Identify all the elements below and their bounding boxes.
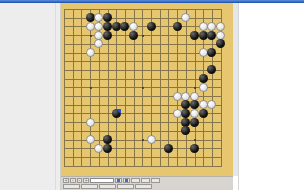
black-stone (207, 65, 216, 74)
white-stone (129, 22, 138, 31)
white-stone (94, 22, 103, 31)
toolbar-row2-button-3[interactable] (117, 184, 134, 189)
white-stone (199, 22, 208, 31)
white-stone (94, 13, 103, 22)
toolbar-row-2 (63, 184, 231, 189)
black-stone (199, 74, 208, 83)
black-stone (207, 48, 216, 57)
grid-line-horizontal (64, 131, 222, 132)
star-point (90, 35, 92, 37)
white-stone (94, 144, 103, 153)
white-stone (173, 92, 182, 101)
star-point (142, 139, 144, 141)
icon-button-0[interactable] (115, 178, 122, 183)
toolbar-row2-button-2[interactable] (99, 184, 116, 189)
nav-button-2[interactable]: › (77, 178, 82, 183)
star-point (194, 139, 196, 141)
star-point (142, 87, 144, 89)
white-stone (190, 109, 199, 118)
last-move-marker (116, 109, 121, 114)
black-stone (164, 144, 173, 153)
black-stone (216, 39, 225, 48)
white-stone (207, 22, 216, 31)
black-stone (181, 126, 190, 135)
white-stone (199, 48, 208, 57)
black-stone (103, 13, 112, 22)
white-stone (86, 118, 95, 127)
nav-button-0[interactable]: « (63, 178, 69, 183)
go-board[interactable] (61, 3, 233, 176)
toolbar-button-1[interactable] (141, 178, 150, 183)
black-stone (103, 135, 112, 144)
white-stone (199, 100, 208, 109)
icon-button-1[interactable] (123, 178, 130, 183)
black-stone (129, 31, 138, 40)
black-stone (103, 31, 112, 40)
star-point (194, 87, 196, 89)
go-app-window: «‹›» (0, 0, 304, 190)
star-point (142, 35, 144, 37)
navigation-toolbar: «‹›» (61, 176, 233, 190)
black-stone (147, 22, 156, 31)
toolbar-row-1: «‹›» (63, 178, 231, 183)
white-stone (216, 22, 225, 31)
toolbar-row2-button-4[interactable] (135, 184, 152, 189)
blue-stone-icon (125, 179, 128, 182)
grid-line-horizontal (64, 157, 222, 158)
white-stone (181, 92, 190, 101)
left-panel (0, 3, 61, 190)
white-stone (190, 92, 199, 101)
black-stone (190, 144, 199, 153)
black-stone (190, 100, 199, 109)
black-stone (181, 109, 190, 118)
black-stone (190, 118, 199, 127)
grid-line-vertical (168, 9, 169, 167)
grid-line-horizontal (64, 166, 222, 167)
white-stone (86, 135, 95, 144)
grid-line-vertical (177, 9, 178, 167)
star-point (90, 87, 92, 89)
toolbar-row2-button-0[interactable] (63, 184, 80, 189)
black-stone (199, 109, 208, 118)
black-stone (103, 22, 112, 31)
black-stone (112, 22, 121, 31)
black-stone (103, 144, 112, 153)
white-stone (216, 31, 225, 40)
white-stone (94, 39, 103, 48)
white-stone (181, 13, 190, 22)
blue-stone-icon (117, 179, 120, 182)
black-stone (120, 22, 129, 31)
white-stone (173, 109, 182, 118)
white-stone (86, 22, 95, 31)
black-stone (173, 22, 182, 31)
left-panel-divider (55, 3, 56, 190)
nav-button-3[interactable]: » (83, 178, 89, 183)
grid-line-vertical (160, 9, 161, 167)
white-stone (199, 83, 208, 92)
toolbar-row2-button-1[interactable] (81, 184, 98, 189)
toolbar-button-2[interactable] (151, 178, 160, 183)
black-stone (181, 100, 190, 109)
black-stone (112, 109, 121, 118)
toolbar-button-0[interactable] (131, 178, 140, 183)
white-stone (147, 135, 156, 144)
black-stone (86, 13, 95, 22)
white-stone (94, 31, 103, 40)
right-panel (238, 3, 304, 190)
black-stone (190, 31, 199, 40)
nav-button-1[interactable]: ‹ (70, 178, 75, 183)
black-stone (181, 118, 190, 127)
white-stone (207, 100, 216, 109)
grid-line-vertical (186, 9, 187, 167)
black-stone (199, 31, 208, 40)
black-stone (207, 31, 216, 40)
move-number-input[interactable] (90, 178, 114, 183)
white-stone (86, 48, 95, 57)
